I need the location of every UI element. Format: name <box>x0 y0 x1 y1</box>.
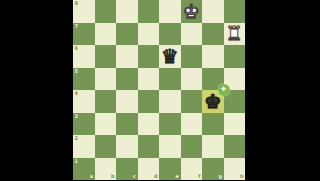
square-b7[interactable] <box>95 23 117 46</box>
file-label-a: a <box>90 174 93 179</box>
square-f3[interactable] <box>181 113 203 136</box>
square-e1[interactable]: e <box>159 158 181 181</box>
square-b1[interactable]: b <box>95 158 117 181</box>
square-a6[interactable]: 6 <box>73 45 95 68</box>
square-g8[interactable] <box>202 0 224 23</box>
square-e6[interactable]: ♛ <box>159 45 181 68</box>
square-b3[interactable] <box>95 113 117 136</box>
square-c4[interactable] <box>116 90 138 113</box>
rank-label-7: 7 <box>75 24 78 29</box>
rank-label-8: 8 <box>75 1 78 6</box>
square-d7[interactable] <box>138 23 160 46</box>
square-h3[interactable] <box>224 113 246 136</box>
file-label-h: h <box>240 174 244 179</box>
square-a2[interactable]: 2 <box>73 135 95 158</box>
square-f6[interactable] <box>181 45 203 68</box>
square-c3[interactable] <box>116 113 138 136</box>
square-a1[interactable]: 1a <box>73 158 95 181</box>
star-glyph: ✦ <box>220 85 228 94</box>
file-label-e: e <box>176 174 179 179</box>
square-g3[interactable] <box>202 113 224 136</box>
square-g4[interactable]: ♚✦ <box>202 90 224 113</box>
square-g1[interactable]: g <box>202 158 224 181</box>
square-d2[interactable] <box>138 135 160 158</box>
square-g2[interactable] <box>202 135 224 158</box>
square-a4[interactable]: 4 <box>73 90 95 113</box>
square-e8[interactable] <box>159 0 181 23</box>
square-a8[interactable]: 8 <box>73 0 95 23</box>
file-label-b: b <box>111 174 115 179</box>
square-h8[interactable] <box>224 0 246 23</box>
square-d6[interactable] <box>138 45 160 68</box>
square-a7[interactable]: 7 <box>73 23 95 46</box>
square-c7[interactable] <box>116 23 138 46</box>
letterbox-right <box>245 0 320 180</box>
rank-label-1: 1 <box>75 159 78 164</box>
square-e7[interactable] <box>159 23 181 46</box>
square-c6[interactable] <box>116 45 138 68</box>
square-b6[interactable] <box>95 45 117 68</box>
video-frame: 8♚7♜6♛54♚✦321abcdefgh <box>0 0 320 180</box>
square-h1[interactable]: h <box>224 158 246 181</box>
rank-label-2: 2 <box>75 136 78 141</box>
square-d5[interactable] <box>138 68 160 91</box>
square-h7[interactable]: ♜ <box>224 23 246 46</box>
square-f1[interactable]: f <box>181 158 203 181</box>
square-e3[interactable] <box>159 113 181 136</box>
square-a5[interactable]: 5 <box>73 68 95 91</box>
square-c5[interactable] <box>116 68 138 91</box>
piece-white-king[interactable]: ♚ <box>181 0 203 23</box>
file-label-c: c <box>133 174 136 179</box>
square-d3[interactable] <box>138 113 160 136</box>
rank-label-4: 4 <box>75 91 78 96</box>
square-d1[interactable]: d <box>138 158 160 181</box>
square-d4[interactable] <box>138 90 160 113</box>
square-b2[interactable] <box>95 135 117 158</box>
file-label-d: d <box>154 174 158 179</box>
square-e4[interactable] <box>159 90 181 113</box>
square-e2[interactable] <box>159 135 181 158</box>
square-f2[interactable] <box>181 135 203 158</box>
square-c2[interactable] <box>116 135 138 158</box>
square-g6[interactable] <box>202 45 224 68</box>
square-d8[interactable] <box>138 0 160 23</box>
square-g7[interactable] <box>202 23 224 46</box>
square-b8[interactable] <box>95 0 117 23</box>
rank-label-3: 3 <box>75 114 78 119</box>
file-label-f: f <box>198 174 200 179</box>
letterbox-left <box>0 0 73 180</box>
square-c8[interactable] <box>116 0 138 23</box>
best-move-star-icon: ✦ <box>218 84 230 96</box>
square-c1[interactable]: c <box>116 158 138 181</box>
rank-label-5: 5 <box>75 69 78 74</box>
square-f7[interactable] <box>181 23 203 46</box>
file-label-g: g <box>218 174 222 179</box>
piece-black-queen[interactable]: ♛ <box>159 45 181 68</box>
rank-label-6: 6 <box>75 46 78 51</box>
chess-board: 8♚7♜6♛54♚✦321abcdefgh <box>73 0 245 180</box>
square-b5[interactable] <box>95 68 117 91</box>
square-h6[interactable] <box>224 45 246 68</box>
piece-white-rook[interactable]: ♜ <box>224 23 246 46</box>
square-e5[interactable] <box>159 68 181 91</box>
square-f4[interactable] <box>181 90 203 113</box>
square-h2[interactable] <box>224 135 246 158</box>
square-b4[interactable] <box>95 90 117 113</box>
square-f5[interactable] <box>181 68 203 91</box>
square-a3[interactable]: 3 <box>73 113 95 136</box>
square-f8[interactable]: ♚ <box>181 0 203 23</box>
